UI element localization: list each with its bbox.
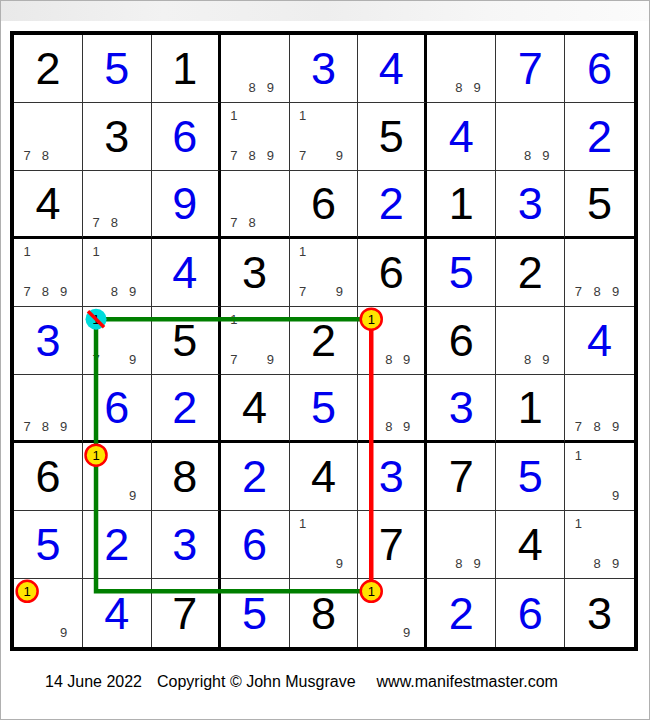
solved-digit: 9 [152,171,218,236]
cell-r5c9: 4 [565,307,634,375]
given-digit: 8 [290,579,358,647]
cell-r9c5: 8 [290,579,359,647]
cell-r2c4: 1789 [221,103,290,171]
candidate-1: 1 [569,513,588,533]
cell-r8c6: 7 [358,511,427,579]
cell-r4c2: 189 [83,239,152,307]
candidate-8: 8 [243,146,261,166]
cell-r6c4: 4 [221,375,290,443]
cell-r4c5: 179 [290,239,359,307]
cell-r5c4: 179 [221,307,290,375]
sudoku-diagram-page: { "game": "sudoku", "position": "251.34.… [0,0,650,720]
cell-r7c4: 2 [221,443,290,511]
candidate-8: 8 [243,78,261,98]
cell-r3c1: 4 [14,171,83,239]
candidate-9: 9 [123,350,141,370]
cell-r4c7: 5 [427,239,496,307]
candidate-9: 9 [330,554,348,574]
pencil-marks: 78 [87,173,142,232]
top-gradient-bar [1,1,649,21]
cell-r1c9: 6 [565,35,634,103]
given-digit: 3 [565,579,634,647]
cell-r3c4: 78 [221,171,290,239]
candidate-1: 1 [225,309,243,329]
cell-r8c2: 2 [83,511,152,579]
candidate-8: 8 [380,416,398,436]
pencil-marks: 179 [87,309,142,370]
candidate-9: 9 [398,416,416,436]
pencil-marks: 78 [225,173,280,232]
candidate-9: 9 [261,78,279,98]
cell-r1c5: 3 [290,35,359,103]
candidate-9: 9 [398,350,416,370]
pencil-marks: 89 [431,513,486,574]
candidate-9: 9 [537,146,555,166]
cell-r8c5: 19 [290,511,359,579]
pencil-marks: 1789 [225,105,280,166]
candidate-8: 8 [36,282,54,302]
cell-r5c3: 5 [152,307,221,375]
solved-digit: 3 [14,307,82,374]
cell-r8c3: 3 [152,511,221,579]
solved-digit: 3 [358,443,424,510]
candidate-1: 1 [18,241,36,261]
candidate-1: 1 [294,241,312,261]
cell-r4c4: 3 [221,239,290,307]
solved-digit: 4 [83,579,151,647]
candidate-1: 1 [87,309,105,329]
candidate-7: 7 [87,212,105,232]
cell-r3c8: 3 [496,171,565,239]
candidate-1: 1 [362,581,380,602]
solved-digit: 3 [152,511,218,578]
cell-r7c7: 7 [427,443,496,511]
cell-r6c5: 5 [290,375,359,443]
cell-r1c6: 4 [358,35,427,103]
pencil-marks: 78 [18,105,73,166]
solved-digit: 6 [496,579,564,647]
cell-r3c6: 2 [358,171,427,239]
cell-r3c5: 6 [290,171,359,239]
pencil-marks: 89 [362,377,415,436]
cell-r6c7: 3 [427,375,496,443]
candidate-9: 9 [537,350,555,370]
footer-copyright: Copyright © John Musgrave [157,673,356,690]
candidate-8: 8 [519,350,537,370]
pencil-marks: 189 [569,513,625,574]
cell-r5c6: 189 [358,307,427,375]
cell-r7c5: 4 [290,443,359,511]
cell-r7c8: 5 [496,443,565,511]
candidate-1: 1 [87,241,105,261]
cell-r1c1: 2 [14,35,83,103]
given-digit: 5 [565,171,634,236]
cell-r1c7: 89 [427,35,496,103]
cell-r6c9: 789 [565,375,634,443]
given-digit: 1 [152,35,218,102]
footer-credit: 14 June 2022Copyright © John Musgravewww… [45,673,558,691]
candidate-8: 8 [243,212,261,232]
cell-r8c9: 189 [565,511,634,579]
candidate-1: 1 [294,105,312,125]
cell-r2c9: 2 [565,103,634,171]
solved-digit: 3 [290,35,358,102]
given-digit: 7 [152,579,218,647]
solved-digit: 6 [221,511,289,578]
cell-r1c4: 89 [221,35,290,103]
candidate-8: 8 [450,78,468,98]
given-digit: 6 [14,443,82,510]
given-digit: 4 [290,443,358,510]
candidate-9: 9 [468,554,486,574]
pencil-marks: 189 [87,241,142,302]
candidate-7: 7 [569,282,588,302]
candidate-1: 1 [294,513,312,533]
solved-digit: 4 [427,103,495,170]
cell-r7c3: 8 [152,443,221,511]
candidate-9: 9 [606,282,625,302]
cell-r8c7: 89 [427,511,496,579]
cell-r2c5: 179 [290,103,359,171]
cell-r4c9: 789 [565,239,634,307]
solved-digit: 2 [358,171,424,236]
cell-r1c3: 1 [152,35,221,103]
candidate-7: 7 [225,350,243,370]
solved-digit: 5 [14,511,82,578]
candidate-9: 9 [55,282,73,302]
solved-digit: 5 [496,443,564,510]
candidate-9: 9 [468,78,486,98]
cell-r4c1: 1789 [14,239,83,307]
candidate-7: 7 [225,146,243,166]
given-digit: 6 [358,239,424,306]
solved-digit: 3 [496,171,564,236]
pencil-marks: 789 [569,377,625,436]
candidate-8: 8 [519,146,537,166]
solved-digit: 7 [496,35,564,102]
candidate-8: 8 [36,146,54,166]
cell-r5c1: 3 [14,307,83,375]
solved-digit: 2 [427,579,495,647]
cell-r6c1: 789 [14,375,83,443]
candidate-8: 8 [588,282,607,302]
given-digit: 1 [496,375,564,440]
cell-r5c2: 179 [83,307,152,375]
candidate-8: 8 [588,416,607,436]
cell-r2c1: 78 [14,103,83,171]
candidate-1: 1 [18,581,36,602]
candidate-8: 8 [105,212,123,232]
cell-r3c7: 1 [427,171,496,239]
cell-r7c6: 3 [358,443,427,511]
candidate-9: 9 [55,622,73,643]
cell-r9c9: 3 [565,579,634,647]
cell-r7c2: 19 [83,443,152,511]
footer-date: 14 June 2022 [45,673,142,690]
solved-digit: 2 [152,375,218,440]
footer-website: www.manifestmaster.com [377,673,558,690]
cell-r4c6: 6 [358,239,427,307]
solved-digit: 4 [565,307,634,374]
cell-r3c3: 9 [152,171,221,239]
candidate-8: 8 [450,554,468,574]
given-digit: 4 [14,171,82,236]
pencil-marks: 179 [225,309,280,370]
solved-digit: 4 [358,35,424,102]
cell-r9c8: 6 [496,579,565,647]
candidate-9: 9 [123,282,141,302]
candidate-9: 9 [398,622,416,643]
candidate-9: 9 [55,416,73,436]
cell-r7c1: 6 [14,443,83,511]
given-digit: 6 [290,171,358,236]
candidate-7: 7 [294,146,312,166]
solved-digit: 5 [83,35,151,102]
given-digit: 4 [496,511,564,578]
given-digit: 4 [221,375,289,440]
candidate-7: 7 [18,146,36,166]
cell-r9c4: 5 [221,579,290,647]
candidate-9: 9 [606,554,625,574]
candidate-1: 1 [225,105,243,125]
solved-digit: 6 [152,103,218,170]
pencil-marks: 789 [18,377,73,436]
solved-digit: 4 [152,239,218,306]
cell-r3c2: 78 [83,171,152,239]
pencil-marks: 89 [225,37,280,98]
cell-r3c9: 5 [565,171,634,239]
cell-r5c8: 89 [496,307,565,375]
cell-r2c6: 5 [358,103,427,171]
cell-r9c7: 2 [427,579,496,647]
cell-r2c8: 89 [496,103,565,171]
solved-digit: 3 [427,375,495,440]
pencil-marks: 789 [569,241,625,302]
cell-r8c4: 6 [221,511,290,579]
candidate-1: 1 [569,445,588,465]
given-digit: 7 [358,511,424,578]
candidate-7: 7 [18,416,36,436]
given-digit: 3 [83,103,151,170]
cell-r6c3: 2 [152,375,221,443]
solved-digit: 2 [565,103,634,170]
candidate-7: 7 [87,350,105,370]
cell-r8c8: 4 [496,511,565,579]
given-digit: 8 [152,443,218,510]
candidate-8: 8 [588,554,607,574]
cell-r9c1: 19 [14,579,83,647]
cell-r7c9: 19 [565,443,634,511]
cell-r9c3: 7 [152,579,221,647]
cell-r4c3: 4 [152,239,221,307]
candidate-8: 8 [105,282,123,302]
cell-r8c1: 5 [14,511,83,579]
cell-r1c8: 7 [496,35,565,103]
cell-r5c5: 2 [290,307,359,375]
solved-digit: 5 [221,579,289,647]
solved-digit: 5 [427,239,495,306]
solved-digit: 5 [290,375,358,440]
candidate-9: 9 [330,282,348,302]
pencil-marks: 179 [294,241,349,302]
cell-r6c2: 6 [83,375,152,443]
solved-digit: 2 [221,443,289,510]
candidate-7: 7 [569,416,588,436]
cell-r2c3: 6 [152,103,221,171]
candidate-9: 9 [606,416,625,436]
candidate-9: 9 [261,146,279,166]
candidate-8: 8 [36,416,54,436]
cell-r9c2: 4 [83,579,152,647]
given-digit: 2 [290,307,358,374]
given-digit: 5 [358,103,424,170]
solved-digit: 6 [565,35,634,102]
given-digit: 1 [427,171,495,236]
given-digit: 7 [427,443,495,510]
given-digit: 2 [14,35,82,102]
pencil-marks: 89 [431,37,486,98]
pencil-marks: 89 [500,105,555,166]
pencil-marks: 189 [362,309,415,370]
pencil-marks: 179 [294,105,349,166]
pencil-marks: 19 [362,581,415,643]
candidate-9: 9 [261,350,279,370]
cell-r1c2: 5 [83,35,152,103]
candidate-1: 1 [362,309,380,329]
cell-r4c8: 2 [496,239,565,307]
given-digit: 6 [427,307,495,374]
pencil-marks: 19 [569,445,625,506]
pencil-marks: 1789 [18,241,73,302]
cell-r6c6: 89 [358,375,427,443]
candidate-1: 1 [87,445,105,465]
given-digit: 3 [221,239,289,306]
cell-r9c6: 19 [358,579,427,647]
candidate-8: 8 [380,350,398,370]
cell-r2c7: 4 [427,103,496,171]
solved-digit: 6 [83,375,151,440]
pencil-marks: 19 [87,445,142,506]
candidate-7: 7 [225,212,243,232]
given-digit: 5 [152,307,218,374]
given-digit: 2 [496,239,564,306]
candidate-9: 9 [123,486,141,506]
cell-r6c8: 1 [496,375,565,443]
candidate-7: 7 [294,282,312,302]
pencil-marks: 89 [500,309,555,370]
pencil-marks: 19 [294,513,349,574]
pencil-marks: 19 [18,581,73,643]
candidate-9: 9 [606,486,625,506]
solved-digit: 2 [83,511,151,578]
candidate-9: 9 [330,146,348,166]
candidate-7: 7 [18,282,36,302]
cell-r5c7: 6 [427,307,496,375]
sudoku-board: 2518934897678361789179548924789786213517… [10,31,638,651]
cell-r2c2: 3 [83,103,152,171]
